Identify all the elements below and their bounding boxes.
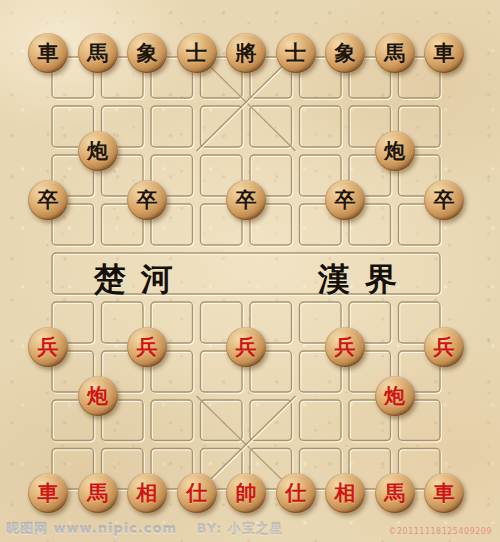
piece-red-cannon[interactable]: 炮 (78, 376, 118, 416)
river-label-han-jie: 漢界 (318, 258, 412, 302)
piece-red-cannon[interactable]: 炮 (375, 376, 415, 416)
watermark-site-text: 昵图网 www.nipic.com (6, 521, 177, 536)
board-cell-groove (301, 401, 343, 442)
piece-black-soldier[interactable]: 卒 (28, 180, 68, 220)
piece-black-chariot[interactable]: 車 (424, 33, 464, 73)
piece-black-advisor[interactable]: 士 (276, 33, 316, 73)
board-cell-groove (300, 400, 342, 441)
piece-red-horse[interactable]: 馬 (375, 473, 415, 513)
piece-black-general[interactable]: 將 (226, 33, 266, 73)
piece-black-horse[interactable]: 馬 (375, 33, 415, 73)
board-grid (0, 0, 500, 542)
piece-black-soldier[interactable]: 卒 (127, 180, 167, 220)
piece-red-soldier[interactable]: 兵 (127, 327, 167, 367)
piece-red-soldier[interactable]: 兵 (424, 327, 464, 367)
piece-red-advisor[interactable]: 仕 (276, 473, 316, 513)
board-cell-groove (152, 401, 194, 442)
piece-black-elephant[interactable]: 象 (127, 33, 167, 73)
board-cell-groove (301, 107, 343, 148)
river-label-chu-he: 楚河 (94, 258, 188, 302)
piece-black-advisor[interactable]: 士 (177, 33, 217, 73)
piece-red-advisor[interactable]: 仕 (177, 473, 217, 513)
xiangqi-board-image: 楚河 漢界 車馬象士將士象馬車炮炮卒卒卒卒卒兵兵兵兵兵炮炮車馬相仕帥仕相馬車 昵… (0, 0, 500, 542)
piece-red-chariot[interactable]: 車 (424, 473, 464, 513)
piece-black-elephant[interactable]: 象 (325, 33, 365, 73)
piece-black-cannon[interactable]: 炮 (375, 131, 415, 171)
piece-red-general[interactable]: 帥 (226, 473, 266, 513)
board-cell-groove (151, 400, 193, 441)
watermark-site: 昵图网 www.nipic.com BY: 小宝之星 (6, 520, 284, 538)
piece-black-soldier[interactable]: 卒 (226, 180, 266, 220)
board-cell-groove (151, 106, 193, 147)
watermark-id: ©20111118125409209 (388, 527, 492, 536)
piece-red-chariot[interactable]: 車 (28, 473, 68, 513)
piece-black-horse[interactable]: 馬 (78, 33, 118, 73)
piece-red-soldier[interactable]: 兵 (325, 327, 365, 367)
piece-red-elephant[interactable]: 相 (127, 473, 167, 513)
piece-red-elephant[interactable]: 相 (325, 473, 365, 513)
piece-red-soldier[interactable]: 兵 (226, 327, 266, 367)
watermark-by-text: BY: 小宝之星 (197, 521, 284, 536)
board-cell-groove (152, 107, 194, 148)
piece-black-soldier[interactable]: 卒 (325, 180, 365, 220)
piece-black-soldier[interactable]: 卒 (424, 180, 464, 220)
piece-red-horse[interactable]: 馬 (78, 473, 118, 513)
board-cell-groove (300, 106, 342, 147)
piece-black-chariot[interactable]: 車 (28, 33, 68, 73)
piece-black-cannon[interactable]: 炮 (78, 131, 118, 171)
piece-red-soldier[interactable]: 兵 (28, 327, 68, 367)
